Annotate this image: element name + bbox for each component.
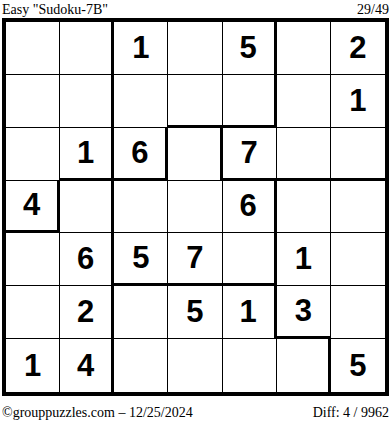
cell-r1c2[interactable] [60,22,114,75]
cell-r3c5[interactable]: 7 [223,128,277,181]
cell-r4c5[interactable]: 6 [223,181,277,234]
cell-r6c5[interactable]: 1 [223,286,277,339]
cell-r4c3[interactable] [114,181,168,234]
cell-r2c2[interactable] [60,75,114,128]
cell-r3c4[interactable] [168,128,222,181]
cell-r5c6[interactable]: 1 [277,233,331,286]
cell-r1c3[interactable]: 1 [114,22,168,75]
cell-r5c5[interactable] [223,233,277,286]
cell-r1c5[interactable]: 5 [223,22,277,75]
cell-r5c7[interactable] [331,233,385,286]
cell-r4c1[interactable]: 4 [6,181,60,234]
cell-r2c5[interactable] [223,75,277,128]
cell-r5c3[interactable]: 5 [114,233,168,286]
cell-r4c4[interactable] [168,181,222,234]
sudoku-board: 15211674665712513145 [2,18,389,396]
cell-r1c4[interactable] [168,22,222,75]
cell-r6c2[interactable]: 2 [60,286,114,339]
puzzle-title: Easy "Sudoku-7B" [2,2,108,18]
puzzle-page: Easy "Sudoku-7B" 29/49 15211674665712513… [0,0,391,426]
cell-r6c4[interactable]: 5 [168,286,222,339]
cell-r3c1[interactable] [6,128,60,181]
cell-r1c7[interactable]: 2 [331,22,385,75]
cell-r2c3[interactable] [114,75,168,128]
cell-r2c7[interactable]: 1 [331,75,385,128]
cell-r3c3[interactable]: 6 [114,128,168,181]
cell-r5c2[interactable]: 6 [60,233,114,286]
cell-r5c4[interactable]: 7 [168,233,222,286]
cell-r7c6[interactable] [277,339,331,392]
cell-r3c6[interactable] [277,128,331,181]
cell-r4c6[interactable] [277,181,331,234]
cell-r2c6[interactable] [277,75,331,128]
cell-r4c7[interactable] [331,181,385,234]
footer: ©grouppuzzles.com – 12/25/2024 Diff: 4 /… [0,403,391,423]
cell-r7c1[interactable]: 1 [6,339,60,392]
difficulty-text: Diff: 4 / 9962 [313,405,389,421]
cell-r1c6[interactable] [277,22,331,75]
cell-r6c7[interactable] [331,286,385,339]
header: Easy "Sudoku-7B" 29/49 [0,0,391,18]
cell-r4c2[interactable] [60,181,114,234]
cell-r2c1[interactable] [6,75,60,128]
cell-r5c1[interactable] [6,233,60,286]
cell-r6c1[interactable] [6,286,60,339]
copyright-text: ©grouppuzzles.com – 12/25/2024 [2,405,193,421]
cell-r7c4[interactable] [168,339,222,392]
cell-r6c6[interactable]: 3 [277,286,331,339]
cell-r7c2[interactable]: 4 [60,339,114,392]
cell-r1c1[interactable] [6,22,60,75]
cell-r7c3[interactable] [114,339,168,392]
cell-r3c7[interactable] [331,128,385,181]
cell-r3c2[interactable]: 1 [60,128,114,181]
cell-r6c3[interactable] [114,286,168,339]
clue-counter: 29/49 [357,2,389,18]
cell-r7c5[interactable] [223,339,277,392]
cell-r7c7[interactable]: 5 [331,339,385,392]
cell-r2c4[interactable] [168,75,222,128]
